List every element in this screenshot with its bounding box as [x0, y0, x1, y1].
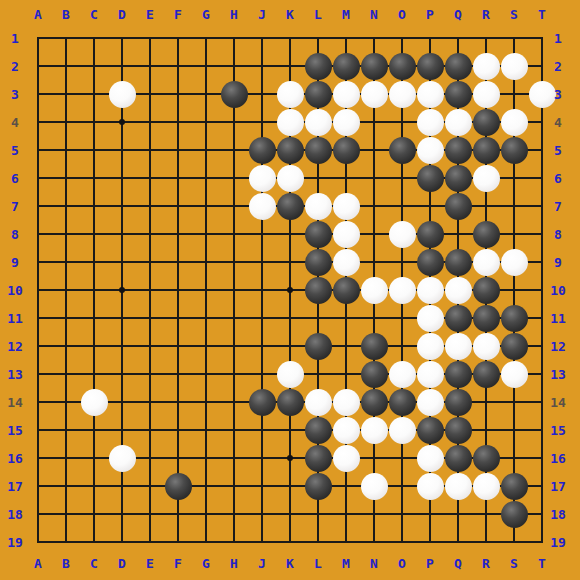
intersection-K1[interactable]	[276, 24, 304, 52]
intersection-E17[interactable]	[136, 472, 164, 500]
intersection-N16[interactable]	[360, 444, 388, 472]
intersection-N18[interactable]	[360, 500, 388, 528]
intersection-G3[interactable]	[192, 80, 220, 108]
intersection-H5[interactable]	[220, 136, 248, 164]
intersection-S4[interactable]	[500, 108, 528, 136]
intersection-H2[interactable]	[220, 52, 248, 80]
intersection-G10[interactable]	[192, 276, 220, 304]
intersection-A4[interactable]	[24, 108, 52, 136]
intersection-C16[interactable]	[80, 444, 108, 472]
intersection-G8[interactable]	[192, 220, 220, 248]
intersection-K14[interactable]	[276, 388, 304, 416]
intersection-T5[interactable]	[528, 136, 556, 164]
intersection-C11[interactable]	[80, 304, 108, 332]
intersection-S11[interactable]	[500, 304, 528, 332]
intersection-B17[interactable]	[52, 472, 80, 500]
intersection-Q2[interactable]	[444, 52, 472, 80]
intersection-J2[interactable]	[248, 52, 276, 80]
intersection-B11[interactable]	[52, 304, 80, 332]
intersection-E1[interactable]	[136, 24, 164, 52]
intersection-C1[interactable]	[80, 24, 108, 52]
intersection-H18[interactable]	[220, 500, 248, 528]
intersection-Q7[interactable]	[444, 192, 472, 220]
intersection-H6[interactable]	[220, 164, 248, 192]
intersection-H1[interactable]	[220, 24, 248, 52]
intersection-F18[interactable]	[164, 500, 192, 528]
intersection-E18[interactable]	[136, 500, 164, 528]
intersection-T4[interactable]	[528, 108, 556, 136]
intersection-R8[interactable]	[472, 220, 500, 248]
intersection-P7[interactable]	[416, 192, 444, 220]
intersection-Q15[interactable]	[444, 416, 472, 444]
intersection-T9[interactable]	[528, 248, 556, 276]
intersection-F7[interactable]	[164, 192, 192, 220]
intersection-E4[interactable]	[136, 108, 164, 136]
intersection-G9[interactable]	[192, 248, 220, 276]
intersection-L7[interactable]	[304, 192, 332, 220]
intersection-E3[interactable]	[136, 80, 164, 108]
intersection-C9[interactable]	[80, 248, 108, 276]
intersection-L2[interactable]	[304, 52, 332, 80]
intersection-O5[interactable]	[388, 136, 416, 164]
intersection-N10[interactable]	[360, 276, 388, 304]
intersection-S2[interactable]	[500, 52, 528, 80]
intersection-L3[interactable]	[304, 80, 332, 108]
intersection-A17[interactable]	[24, 472, 52, 500]
intersection-D15[interactable]	[108, 416, 136, 444]
intersection-G17[interactable]	[192, 472, 220, 500]
intersection-E8[interactable]	[136, 220, 164, 248]
intersection-N12[interactable]	[360, 332, 388, 360]
intersection-Q11[interactable]	[444, 304, 472, 332]
intersection-J14[interactable]	[248, 388, 276, 416]
intersection-S19[interactable]	[500, 528, 528, 556]
intersection-G7[interactable]	[192, 192, 220, 220]
intersection-P13[interactable]	[416, 360, 444, 388]
intersection-J17[interactable]	[248, 472, 276, 500]
intersection-F8[interactable]	[164, 220, 192, 248]
intersection-D4[interactable]	[108, 108, 136, 136]
intersection-B12[interactable]	[52, 332, 80, 360]
intersection-O8[interactable]	[388, 220, 416, 248]
intersection-P12[interactable]	[416, 332, 444, 360]
intersection-M10[interactable]	[332, 276, 360, 304]
intersection-C5[interactable]	[80, 136, 108, 164]
intersection-Q17[interactable]	[444, 472, 472, 500]
intersection-E10[interactable]	[136, 276, 164, 304]
intersection-J10[interactable]	[248, 276, 276, 304]
intersection-E14[interactable]	[136, 388, 164, 416]
intersection-H7[interactable]	[220, 192, 248, 220]
intersection-P5[interactable]	[416, 136, 444, 164]
intersection-G16[interactable]	[192, 444, 220, 472]
intersection-H3[interactable]	[220, 80, 248, 108]
intersection-S3[interactable]	[500, 80, 528, 108]
intersection-Q18[interactable]	[444, 500, 472, 528]
intersection-L8[interactable]	[304, 220, 332, 248]
intersection-K9[interactable]	[276, 248, 304, 276]
intersection-O3[interactable]	[388, 80, 416, 108]
intersection-C17[interactable]	[80, 472, 108, 500]
intersection-F13[interactable]	[164, 360, 192, 388]
intersection-F4[interactable]	[164, 108, 192, 136]
intersection-C19[interactable]	[80, 528, 108, 556]
intersection-F16[interactable]	[164, 444, 192, 472]
intersection-L14[interactable]	[304, 388, 332, 416]
intersection-F19[interactable]	[164, 528, 192, 556]
intersection-P6[interactable]	[416, 164, 444, 192]
intersection-R14[interactable]	[472, 388, 500, 416]
intersection-D10[interactable]	[108, 276, 136, 304]
intersection-K16[interactable]	[276, 444, 304, 472]
intersection-O19[interactable]	[388, 528, 416, 556]
intersection-K2[interactable]	[276, 52, 304, 80]
intersection-A8[interactable]	[24, 220, 52, 248]
intersection-N7[interactable]	[360, 192, 388, 220]
intersection-P4[interactable]	[416, 108, 444, 136]
intersection-N6[interactable]	[360, 164, 388, 192]
intersection-N5[interactable]	[360, 136, 388, 164]
intersection-L12[interactable]	[304, 332, 332, 360]
intersection-G5[interactable]	[192, 136, 220, 164]
intersection-D12[interactable]	[108, 332, 136, 360]
intersection-E7[interactable]	[136, 192, 164, 220]
intersection-M5[interactable]	[332, 136, 360, 164]
intersection-K11[interactable]	[276, 304, 304, 332]
intersection-K7[interactable]	[276, 192, 304, 220]
intersection-F10[interactable]	[164, 276, 192, 304]
intersection-R2[interactable]	[472, 52, 500, 80]
intersection-A16[interactable]	[24, 444, 52, 472]
intersection-B5[interactable]	[52, 136, 80, 164]
intersection-R5[interactable]	[472, 136, 500, 164]
intersection-A6[interactable]	[24, 164, 52, 192]
intersection-A3[interactable]	[24, 80, 52, 108]
intersection-N8[interactable]	[360, 220, 388, 248]
intersection-C4[interactable]	[80, 108, 108, 136]
intersection-R7[interactable]	[472, 192, 500, 220]
intersection-G13[interactable]	[192, 360, 220, 388]
intersection-F15[interactable]	[164, 416, 192, 444]
intersection-F17[interactable]	[164, 472, 192, 500]
intersection-Q14[interactable]	[444, 388, 472, 416]
intersection-G6[interactable]	[192, 164, 220, 192]
intersection-M11[interactable]	[332, 304, 360, 332]
intersection-D17[interactable]	[108, 472, 136, 500]
intersection-J19[interactable]	[248, 528, 276, 556]
intersection-N15[interactable]	[360, 416, 388, 444]
intersection-D18[interactable]	[108, 500, 136, 528]
intersection-P8[interactable]	[416, 220, 444, 248]
intersection-D6[interactable]	[108, 164, 136, 192]
intersection-P2[interactable]	[416, 52, 444, 80]
intersection-S1[interactable]	[500, 24, 528, 52]
intersection-D19[interactable]	[108, 528, 136, 556]
intersection-F9[interactable]	[164, 248, 192, 276]
intersection-O9[interactable]	[388, 248, 416, 276]
intersection-L4[interactable]	[304, 108, 332, 136]
intersection-D8[interactable]	[108, 220, 136, 248]
intersection-P16[interactable]	[416, 444, 444, 472]
intersection-B6[interactable]	[52, 164, 80, 192]
intersection-J5[interactable]	[248, 136, 276, 164]
intersection-M7[interactable]	[332, 192, 360, 220]
intersection-H19[interactable]	[220, 528, 248, 556]
intersection-O13[interactable]	[388, 360, 416, 388]
intersection-F5[interactable]	[164, 136, 192, 164]
intersection-A12[interactable]	[24, 332, 52, 360]
intersection-A13[interactable]	[24, 360, 52, 388]
intersection-M19[interactable]	[332, 528, 360, 556]
intersection-L6[interactable]	[304, 164, 332, 192]
intersection-B4[interactable]	[52, 108, 80, 136]
intersection-B14[interactable]	[52, 388, 80, 416]
intersection-F14[interactable]	[164, 388, 192, 416]
intersection-O14[interactable]	[388, 388, 416, 416]
intersection-H17[interactable]	[220, 472, 248, 500]
intersection-M8[interactable]	[332, 220, 360, 248]
intersection-R4[interactable]	[472, 108, 500, 136]
intersection-N9[interactable]	[360, 248, 388, 276]
intersection-E6[interactable]	[136, 164, 164, 192]
intersection-K12[interactable]	[276, 332, 304, 360]
intersection-J9[interactable]	[248, 248, 276, 276]
intersection-C7[interactable]	[80, 192, 108, 220]
intersection-E5[interactable]	[136, 136, 164, 164]
intersection-R9[interactable]	[472, 248, 500, 276]
intersection-S17[interactable]	[500, 472, 528, 500]
intersection-M4[interactable]	[332, 108, 360, 136]
intersection-K15[interactable]	[276, 416, 304, 444]
intersection-S10[interactable]	[500, 276, 528, 304]
intersection-H4[interactable]	[220, 108, 248, 136]
intersection-M18[interactable]	[332, 500, 360, 528]
intersection-O4[interactable]	[388, 108, 416, 136]
intersection-G19[interactable]	[192, 528, 220, 556]
intersection-H11[interactable]	[220, 304, 248, 332]
intersection-Q19[interactable]	[444, 528, 472, 556]
intersection-J16[interactable]	[248, 444, 276, 472]
intersection-F6[interactable]	[164, 164, 192, 192]
intersection-S18[interactable]	[500, 500, 528, 528]
intersection-J4[interactable]	[248, 108, 276, 136]
intersection-Q3[interactable]	[444, 80, 472, 108]
intersection-K13[interactable]	[276, 360, 304, 388]
intersection-R12[interactable]	[472, 332, 500, 360]
intersection-P18[interactable]	[416, 500, 444, 528]
intersection-E12[interactable]	[136, 332, 164, 360]
intersection-Q12[interactable]	[444, 332, 472, 360]
intersection-Q1[interactable]	[444, 24, 472, 52]
intersection-D9[interactable]	[108, 248, 136, 276]
intersection-L18[interactable]	[304, 500, 332, 528]
intersection-A14[interactable]	[24, 388, 52, 416]
intersection-D2[interactable]	[108, 52, 136, 80]
intersection-G1[interactable]	[192, 24, 220, 52]
intersection-J12[interactable]	[248, 332, 276, 360]
intersection-G2[interactable]	[192, 52, 220, 80]
intersection-O15[interactable]	[388, 416, 416, 444]
intersection-N17[interactable]	[360, 472, 388, 500]
intersection-J6[interactable]	[248, 164, 276, 192]
intersection-T2[interactable]	[528, 52, 556, 80]
intersection-S5[interactable]	[500, 136, 528, 164]
intersection-P10[interactable]	[416, 276, 444, 304]
intersection-F1[interactable]	[164, 24, 192, 52]
intersection-C3[interactable]	[80, 80, 108, 108]
intersection-S8[interactable]	[500, 220, 528, 248]
intersection-M3[interactable]	[332, 80, 360, 108]
intersection-B9[interactable]	[52, 248, 80, 276]
intersection-O17[interactable]	[388, 472, 416, 500]
intersection-R19[interactable]	[472, 528, 500, 556]
intersection-N11[interactable]	[360, 304, 388, 332]
intersection-H14[interactable]	[220, 388, 248, 416]
intersection-P17[interactable]	[416, 472, 444, 500]
intersection-T8[interactable]	[528, 220, 556, 248]
intersection-Q5[interactable]	[444, 136, 472, 164]
intersection-P3[interactable]	[416, 80, 444, 108]
intersection-S13[interactable]	[500, 360, 528, 388]
intersection-Q8[interactable]	[444, 220, 472, 248]
intersection-N1[interactable]	[360, 24, 388, 52]
intersection-J8[interactable]	[248, 220, 276, 248]
intersection-B8[interactable]	[52, 220, 80, 248]
intersection-H10[interactable]	[220, 276, 248, 304]
intersection-T1[interactable]	[528, 24, 556, 52]
intersection-H13[interactable]	[220, 360, 248, 388]
intersection-C8[interactable]	[80, 220, 108, 248]
intersection-H9[interactable]	[220, 248, 248, 276]
intersection-H12[interactable]	[220, 332, 248, 360]
intersection-B16[interactable]	[52, 444, 80, 472]
intersection-M9[interactable]	[332, 248, 360, 276]
intersection-P19[interactable]	[416, 528, 444, 556]
intersection-N14[interactable]	[360, 388, 388, 416]
intersection-S6[interactable]	[500, 164, 528, 192]
intersection-J15[interactable]	[248, 416, 276, 444]
intersection-M14[interactable]	[332, 388, 360, 416]
intersection-M17[interactable]	[332, 472, 360, 500]
intersection-G18[interactable]	[192, 500, 220, 528]
intersection-O2[interactable]	[388, 52, 416, 80]
intersection-T3[interactable]	[528, 80, 556, 108]
intersection-B15[interactable]	[52, 416, 80, 444]
intersection-L13[interactable]	[304, 360, 332, 388]
intersection-S16[interactable]	[500, 444, 528, 472]
intersection-B7[interactable]	[52, 192, 80, 220]
intersection-O10[interactable]	[388, 276, 416, 304]
intersection-D1[interactable]	[108, 24, 136, 52]
intersection-K10[interactable]	[276, 276, 304, 304]
intersection-Q4[interactable]	[444, 108, 472, 136]
intersection-C6[interactable]	[80, 164, 108, 192]
intersection-O18[interactable]	[388, 500, 416, 528]
intersection-R6[interactable]	[472, 164, 500, 192]
intersection-L1[interactable]	[304, 24, 332, 52]
intersection-S7[interactable]	[500, 192, 528, 220]
intersection-Q13[interactable]	[444, 360, 472, 388]
intersection-R11[interactable]	[472, 304, 500, 332]
intersection-H16[interactable]	[220, 444, 248, 472]
intersection-Q6[interactable]	[444, 164, 472, 192]
intersection-D13[interactable]	[108, 360, 136, 388]
intersection-J11[interactable]	[248, 304, 276, 332]
intersection-D14[interactable]	[108, 388, 136, 416]
intersection-C2[interactable]	[80, 52, 108, 80]
intersection-O7[interactable]	[388, 192, 416, 220]
intersection-K6[interactable]	[276, 164, 304, 192]
intersection-J7[interactable]	[248, 192, 276, 220]
intersection-F12[interactable]	[164, 332, 192, 360]
intersection-J13[interactable]	[248, 360, 276, 388]
intersection-B10[interactable]	[52, 276, 80, 304]
intersection-M16[interactable]	[332, 444, 360, 472]
intersection-N4[interactable]	[360, 108, 388, 136]
intersection-K19[interactable]	[276, 528, 304, 556]
intersection-S9[interactable]	[500, 248, 528, 276]
intersection-F3[interactable]	[164, 80, 192, 108]
intersection-C18[interactable]	[80, 500, 108, 528]
intersection-A9[interactable]	[24, 248, 52, 276]
intersection-S15[interactable]	[500, 416, 528, 444]
intersection-P14[interactable]	[416, 388, 444, 416]
intersection-J1[interactable]	[248, 24, 276, 52]
intersection-J3[interactable]	[248, 80, 276, 108]
intersection-O6[interactable]	[388, 164, 416, 192]
intersection-O11[interactable]	[388, 304, 416, 332]
intersection-M15[interactable]	[332, 416, 360, 444]
intersection-Q10[interactable]	[444, 276, 472, 304]
intersection-L17[interactable]	[304, 472, 332, 500]
intersection-N3[interactable]	[360, 80, 388, 108]
intersection-E15[interactable]	[136, 416, 164, 444]
intersection-R13[interactable]	[472, 360, 500, 388]
intersection-A10[interactable]	[24, 276, 52, 304]
intersection-B1[interactable]	[52, 24, 80, 52]
intersection-G11[interactable]	[192, 304, 220, 332]
intersection-N2[interactable]	[360, 52, 388, 80]
intersection-A19[interactable]	[24, 528, 52, 556]
intersection-L10[interactable]	[304, 276, 332, 304]
intersection-C12[interactable]	[80, 332, 108, 360]
intersection-K17[interactable]	[276, 472, 304, 500]
intersection-M13[interactable]	[332, 360, 360, 388]
intersection-G12[interactable]	[192, 332, 220, 360]
intersection-P9[interactable]	[416, 248, 444, 276]
intersection-K3[interactable]	[276, 80, 304, 108]
intersection-E13[interactable]	[136, 360, 164, 388]
intersection-D16[interactable]	[108, 444, 136, 472]
intersection-L11[interactable]	[304, 304, 332, 332]
intersection-J18[interactable]	[248, 500, 276, 528]
intersection-L9[interactable]	[304, 248, 332, 276]
intersection-T6[interactable]	[528, 164, 556, 192]
intersection-E9[interactable]	[136, 248, 164, 276]
intersection-E19[interactable]	[136, 528, 164, 556]
intersection-E16[interactable]	[136, 444, 164, 472]
intersection-G4[interactable]	[192, 108, 220, 136]
intersection-T7[interactable]	[528, 192, 556, 220]
intersection-H8[interactable]	[220, 220, 248, 248]
intersection-R18[interactable]	[472, 500, 500, 528]
intersection-D3[interactable]	[108, 80, 136, 108]
intersection-G15[interactable]	[192, 416, 220, 444]
intersection-N13[interactable]	[360, 360, 388, 388]
intersection-R16[interactable]	[472, 444, 500, 472]
intersection-K4[interactable]	[276, 108, 304, 136]
intersection-K18[interactable]	[276, 500, 304, 528]
